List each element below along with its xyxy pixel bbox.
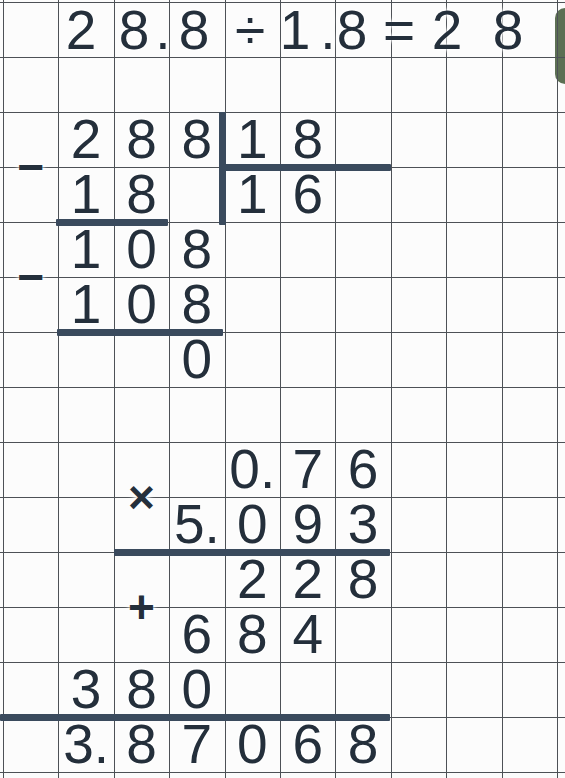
grid-digit: 2 (292, 552, 323, 607)
grid-line-vertical (502, 0, 503, 778)
grid-digit: 3 (348, 497, 379, 552)
grid-digit: 2 (237, 552, 268, 607)
grid-line-vertical (169, 0, 170, 778)
grid-digit: 8 (126, 167, 157, 222)
grid-digit: 6 (348, 442, 379, 497)
grid-line-vertical (557, 0, 558, 778)
grid-digit: 0 (126, 222, 157, 277)
equation-char: 8 (493, 3, 524, 58)
grid-digit: 5. (174, 497, 220, 552)
grid-line-horizontal (0, 442, 565, 443)
total-line (0, 714, 390, 721)
grid-digit: 6 (182, 607, 213, 662)
grid-digit: 0 (237, 497, 268, 552)
minus-sign: − (17, 250, 44, 305)
division-step1-underline (56, 219, 168, 226)
grid-digit: 1 (71, 277, 102, 332)
grid-line-horizontal (0, 387, 565, 388)
minus-sign: − (17, 140, 44, 195)
equation-char: 8 (179, 3, 210, 58)
equation-char: . (155, 3, 170, 58)
side-panel-button-partial[interactable] (555, 8, 565, 84)
grid-digit: 0 (126, 277, 157, 332)
equation-char: 8 (337, 3, 368, 58)
grid-digit: 8 (182, 222, 213, 277)
grid-digit: 4 (292, 607, 323, 662)
grid-digit: 6 (292, 167, 323, 222)
grid-line-vertical (335, 0, 336, 778)
grid-line-vertical (446, 0, 447, 778)
grid-digit: 0 (237, 717, 268, 772)
equation-char: = (383, 3, 415, 58)
grid-digit: 8 (126, 717, 157, 772)
plus-sign: + (128, 580, 155, 635)
grid-line-vertical (3, 0, 4, 778)
grid-digit: 3. (63, 717, 109, 772)
grid-line-vertical (58, 0, 59, 778)
grid-digit: 8 (126, 662, 157, 717)
grid-line-vertical (114, 0, 115, 778)
division-step2-underline (57, 329, 222, 336)
equation-char: 2 (432, 3, 463, 58)
worksheet-page: −288181816−1081080×0.765.093+2286843803.… (0, 0, 565, 778)
grid-digit: 2 (71, 112, 102, 167)
grid-digit: 8 (348, 552, 379, 607)
grid-digit: 7 (182, 717, 213, 772)
equation-char: 8 (119, 3, 150, 58)
grid-digit: 1 (71, 222, 102, 277)
multiplication-line (114, 549, 390, 556)
grid-digit: 9 (292, 497, 323, 552)
grid-digit: 3 (71, 662, 102, 717)
grid-digit: 1 (71, 167, 102, 222)
grid-digit: 8 (348, 717, 379, 772)
equation-char: 1 (280, 3, 311, 58)
equation-char: 2 (66, 3, 97, 58)
equation-char: . (320, 3, 335, 58)
grid-digit: 8 (237, 607, 268, 662)
grid-digit: 0 (182, 662, 213, 717)
grid-digit: 8 (182, 277, 213, 332)
grid-digit: 0. (229, 442, 275, 497)
grid-digit: 7 (292, 442, 323, 497)
grid-line-horizontal (0, 497, 565, 498)
times-sign: × (128, 470, 155, 525)
grid-digit: 6 (292, 717, 323, 772)
grid-digit: 8 (126, 112, 157, 167)
grid-digit: 0 (182, 332, 213, 387)
division-bracket-horizontal (223, 164, 391, 171)
grid-line-vertical (391, 0, 392, 778)
grid-digit: 1 (237, 167, 268, 222)
grid-line-horizontal (0, 607, 565, 608)
divide-sign: ÷ (235, 3, 265, 58)
grid-digit: 1 (237, 112, 268, 167)
grid-line-vertical (280, 0, 281, 778)
grid-digit: 8 (182, 112, 213, 167)
grid-digit: 8 (292, 112, 323, 167)
